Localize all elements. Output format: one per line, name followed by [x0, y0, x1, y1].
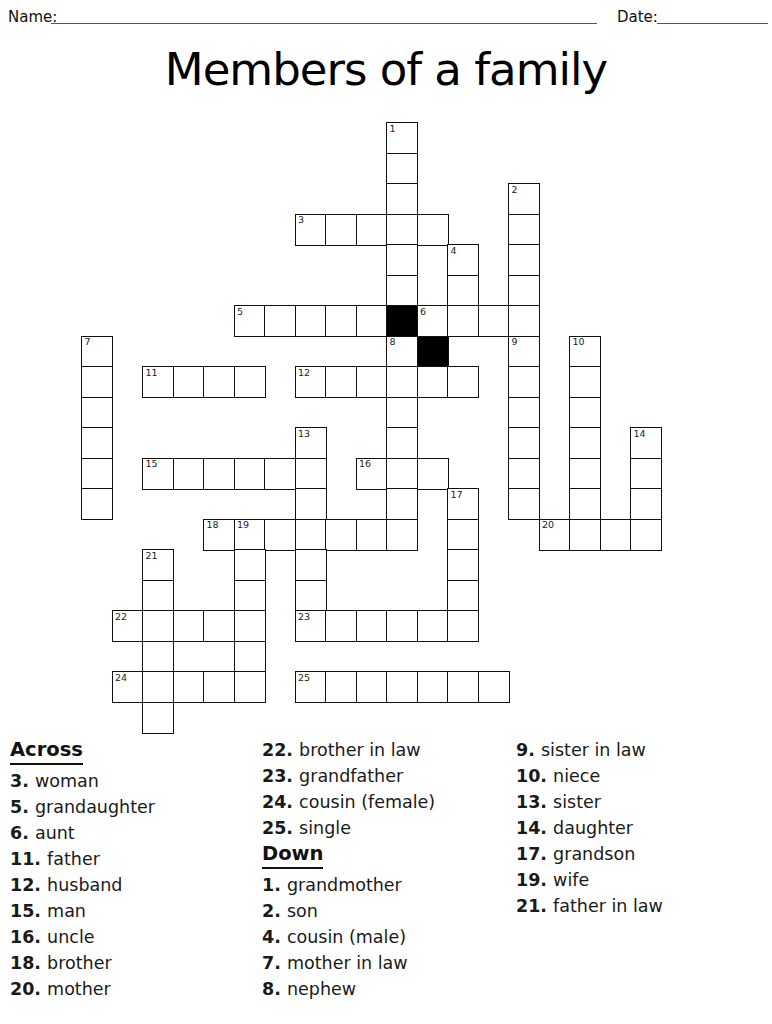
grid-cell-11-9[interactable]: 16 — [356, 458, 388, 490]
cell-number-14: 14 — [634, 429, 646, 439]
grid-cell-8-14[interactable] — [508, 366, 540, 398]
grid-cell-18-11[interactable] — [417, 671, 449, 703]
cell-number-1: 1 — [390, 124, 396, 134]
grid-cell-9-10[interactable] — [386, 397, 418, 429]
clue-down-4: 4. cousin (male) — [262, 924, 435, 950]
grid-cell-5-12[interactable] — [447, 275, 479, 307]
grid-cell-15-2[interactable] — [142, 580, 174, 612]
cell-number-16: 16 — [359, 459, 371, 469]
grid-cell-12-10[interactable] — [386, 488, 418, 520]
grid-cell-11-5[interactable] — [234, 458, 266, 490]
clue-across-12: 12. husband — [10, 872, 155, 898]
grid-cell-13-15[interactable]: 20 — [539, 519, 571, 551]
grid-cell-18-13[interactable] — [478, 671, 510, 703]
grid-cell-16-2[interactable] — [142, 610, 174, 642]
grid-cell-12-16[interactable] — [569, 488, 601, 520]
grid-cell-3-10[interactable] — [386, 214, 418, 246]
grid-cell-19-2[interactable] — [142, 702, 174, 734]
grid-cell-11-14[interactable] — [508, 458, 540, 490]
grid-cell-14-2[interactable]: 21 — [142, 549, 174, 581]
clue-column-middle: 22. brother in law23. grandfather24. cou… — [262, 737, 435, 1002]
grid-cell-12-7[interactable] — [295, 488, 327, 520]
cell-number-4: 4 — [451, 246, 457, 256]
grid-cell-8-0[interactable] — [81, 366, 113, 398]
grid-cell-10-14[interactable] — [508, 427, 540, 459]
grid-cell-13-17[interactable] — [600, 519, 632, 551]
clue-across-16: 16. uncle — [10, 924, 155, 950]
grid-cell-8-8[interactable] — [325, 366, 357, 398]
grid-cell-8-11[interactable] — [417, 366, 449, 398]
clue-across-6: 6. aunt — [10, 820, 155, 846]
grid-cell-5-10[interactable] — [386, 275, 418, 307]
grid-cell-7-16[interactable]: 10 — [569, 336, 601, 368]
grid-cell-14-12[interactable] — [447, 549, 479, 581]
grid-cell-3-11[interactable] — [417, 214, 449, 246]
grid-cell-11-7[interactable] — [295, 458, 327, 490]
grid-cell-8-16[interactable] — [569, 366, 601, 398]
cell-number-9: 9 — [512, 337, 518, 347]
grid-cell-11-6[interactable] — [264, 458, 296, 490]
grid-cell-13-10[interactable] — [386, 519, 418, 551]
cell-number-7: 7 — [85, 337, 91, 347]
clue-down-7: 7. mother in law — [262, 950, 435, 976]
page-title: Members of a family — [0, 44, 772, 96]
clue-down-9: 9. sister in law — [516, 737, 663, 763]
grid-cell-7-0[interactable]: 7 — [81, 336, 113, 368]
clue-down-17: 17. grandson — [516, 841, 663, 867]
grid-cell-16-7[interactable]: 23 — [295, 610, 327, 642]
grid-cell-8-12[interactable] — [447, 366, 479, 398]
grid-cell-9-0[interactable] — [81, 397, 113, 429]
grid-cell-18-12[interactable] — [447, 671, 479, 703]
grid-cell-10-7[interactable]: 13 — [295, 427, 327, 459]
grid-cell-16-3[interactable] — [173, 610, 205, 642]
grid-cell-12-12[interactable]: 17 — [447, 488, 479, 520]
cell-number-5: 5 — [237, 307, 243, 317]
grid-cell-17-5[interactable] — [234, 641, 266, 673]
grid-cell-12-0[interactable] — [81, 488, 113, 520]
grid-cell-6-5[interactable]: 5 — [234, 305, 266, 337]
grid-cell-18-9[interactable] — [356, 671, 388, 703]
grid-cell-13-9[interactable] — [356, 519, 388, 551]
grid-cell-3-14[interactable] — [508, 214, 540, 246]
grid-cell-11-11[interactable] — [417, 458, 449, 490]
grid-cell-7-14[interactable]: 9 — [508, 336, 540, 368]
grid-cell-7-10[interactable]: 8 — [386, 336, 418, 368]
cell-number-19: 19 — [237, 520, 249, 530]
grid-cell-8-7[interactable]: 12 — [295, 366, 327, 398]
grid-cell-9-14[interactable] — [508, 397, 540, 429]
grid-cell-6-6[interactable] — [264, 305, 296, 337]
crossword-worksheet-page: Name: Date: Members of a family 12345678… — [0, 0, 772, 1024]
clue-down-19: 19. wife — [516, 867, 663, 893]
grid-cell-11-10[interactable] — [386, 458, 418, 490]
cell-number-25: 25 — [298, 673, 310, 683]
grid-cell-13-16[interactable] — [569, 519, 601, 551]
grid-cell-6-11[interactable]: 6 — [417, 305, 449, 337]
clue-across-3: 3. woman — [10, 768, 155, 794]
grid-cell-4-14[interactable] — [508, 244, 540, 276]
clue-down-1: 1. grandmother — [262, 872, 435, 898]
grid-cell-11-2[interactable]: 15 — [142, 458, 174, 490]
cell-number-17: 17 — [451, 490, 463, 500]
grid-cell-6-14[interactable] — [508, 305, 540, 337]
date-label: Date: — [617, 8, 658, 26]
clue-down-14: 14. daughter — [516, 815, 663, 841]
cell-number-3: 3 — [298, 215, 304, 225]
name-underline[interactable] — [51, 22, 597, 24]
grid-cell-8-4[interactable] — [203, 366, 235, 398]
clue-down-21: 21. father in law — [516, 893, 663, 919]
cell-number-18: 18 — [207, 520, 219, 530]
grid-cell-2-10[interactable] — [386, 183, 418, 215]
grid-cell-14-7[interactable] — [295, 549, 327, 581]
grid-cell-11-18[interactable] — [630, 458, 662, 490]
grid-cell-18-4[interactable] — [203, 671, 235, 703]
black-cell-6-10 — [386, 305, 418, 337]
grid-cell-10-16[interactable] — [569, 427, 601, 459]
cell-number-23: 23 — [298, 612, 310, 622]
grid-cell-8-9[interactable] — [356, 366, 388, 398]
grid-cell-4-10[interactable] — [386, 244, 418, 276]
cell-number-2: 2 — [512, 185, 518, 195]
cell-number-8: 8 — [390, 337, 396, 347]
grid-cell-11-16[interactable] — [569, 458, 601, 490]
clue-across-15: 15. man — [10, 898, 155, 924]
clue-across-11: 11. father — [10, 846, 155, 872]
clue-across-22: 22. brother in law — [262, 737, 435, 763]
grid-cell-16-1[interactable]: 22 — [112, 610, 144, 642]
cell-number-15: 15 — [146, 459, 158, 469]
grid-cell-18-2[interactable] — [142, 671, 174, 703]
grid-cell-16-9[interactable] — [356, 610, 388, 642]
grid-cell-0-10[interactable]: 1 — [386, 122, 418, 154]
cell-number-11: 11 — [146, 368, 158, 378]
grid-cell-18-8[interactable] — [325, 671, 357, 703]
name-label: Name: — [8, 8, 57, 26]
cell-number-24: 24 — [115, 673, 127, 683]
clue-across-25: 25. single — [262, 815, 435, 841]
grid-cell-11-3[interactable] — [173, 458, 205, 490]
grid-cell-6-8[interactable] — [325, 305, 357, 337]
grid-cell-10-10[interactable] — [386, 427, 418, 459]
grid-cell-16-4[interactable] — [203, 610, 235, 642]
grid-cell-2-14[interactable]: 2 — [508, 183, 540, 215]
grid-cell-18-10[interactable] — [386, 671, 418, 703]
grid-cell-14-5[interactable] — [234, 549, 266, 581]
cell-number-12: 12 — [298, 368, 310, 378]
grid-cell-3-7[interactable]: 3 — [295, 214, 327, 246]
grid-cell-15-7[interactable] — [295, 580, 327, 612]
cell-number-22: 22 — [115, 612, 127, 622]
grid-cell-15-12[interactable] — [447, 580, 479, 612]
grid-cell-9-16[interactable] — [569, 397, 601, 429]
grid-cell-16-11[interactable] — [417, 610, 449, 642]
clue-down-2: 2. son — [262, 898, 435, 924]
grid-cell-16-12[interactable] — [447, 610, 479, 642]
down-header: Down — [262, 842, 323, 869]
grid-cell-3-8[interactable] — [325, 214, 357, 246]
clue-column-across: Across3. woman5. grandaughter6. aunt11. … — [10, 737, 155, 1002]
grid-cell-6-12[interactable] — [447, 305, 479, 337]
grid-cell-10-18[interactable]: 14 — [630, 427, 662, 459]
grid-cell-8-3[interactable] — [173, 366, 205, 398]
grid-cell-13-7[interactable] — [295, 519, 327, 551]
grid-cell-13-5[interactable]: 19 — [234, 519, 266, 551]
crossword-grid: 1234567891011121314151617181920212223242… — [81, 122, 662, 734]
grid-cell-10-0[interactable] — [81, 427, 113, 459]
grid-cell-8-2[interactable]: 11 — [142, 366, 174, 398]
grid-cell-3-9[interactable] — [356, 214, 388, 246]
black-cell-7-11 — [417, 336, 449, 368]
grid-cell-17-2[interactable] — [142, 641, 174, 673]
grid-cell-8-5[interactable] — [234, 366, 266, 398]
grid-cell-11-4[interactable] — [203, 458, 235, 490]
grid-cell-5-14[interactable] — [508, 275, 540, 307]
grid-cell-13-6[interactable] — [264, 519, 296, 551]
clue-across-20: 20. mother — [10, 976, 155, 1002]
grid-cell-16-5[interactable] — [234, 610, 266, 642]
grid-cell-13-12[interactable] — [447, 519, 479, 551]
grid-cell-18-7[interactable]: 25 — [295, 671, 327, 703]
clue-across-5: 5. grandaughter — [10, 794, 155, 820]
grid-cell-12-14[interactable] — [508, 488, 540, 520]
clue-column-down: 9. sister in law10. niece13. sister14. d… — [516, 737, 663, 919]
grid-cell-16-8[interactable] — [325, 610, 357, 642]
cell-number-13: 13 — [298, 429, 310, 439]
grid-cell-6-7[interactable] — [295, 305, 327, 337]
cell-number-21: 21 — [146, 551, 158, 561]
cell-number-20: 20 — [542, 520, 554, 530]
grid-cell-13-4[interactable]: 18 — [203, 519, 235, 551]
grid-cell-12-18[interactable] — [630, 488, 662, 520]
clue-across-24: 24. cousin (female) — [262, 789, 435, 815]
grid-cell-16-10[interactable] — [386, 610, 418, 642]
grid-cell-6-9[interactable] — [356, 305, 388, 337]
cell-number-6: 6 — [420, 307, 426, 317]
grid-cell-18-5[interactable] — [234, 671, 266, 703]
clue-down-10: 10. niece — [516, 763, 663, 789]
clue-across-18: 18. brother — [10, 950, 155, 976]
grid-cell-18-3[interactable] — [173, 671, 205, 703]
grid-cell-4-12[interactable]: 4 — [447, 244, 479, 276]
across-header: Across — [10, 738, 83, 765]
grid-cell-15-5[interactable] — [234, 580, 266, 612]
clue-down-13: 13. sister — [516, 789, 663, 815]
clue-down-8: 8. nephew — [262, 976, 435, 1002]
grid-cell-8-10[interactable] — [386, 366, 418, 398]
grid-cell-13-8[interactable] — [325, 519, 357, 551]
grid-cell-1-10[interactable] — [386, 153, 418, 185]
date-underline[interactable] — [657, 22, 768, 24]
clue-across-23: 23. grandfather — [262, 763, 435, 789]
grid-cell-6-13[interactable] — [478, 305, 510, 337]
grid-cell-18-1[interactable]: 24 — [112, 671, 144, 703]
grid-cell-13-18[interactable] — [630, 519, 662, 551]
cell-number-10: 10 — [573, 337, 585, 347]
grid-cell-11-0[interactable] — [81, 458, 113, 490]
